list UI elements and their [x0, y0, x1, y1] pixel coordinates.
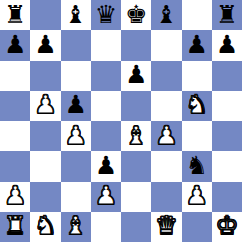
square-f1[interactable]: ♛	[151, 212, 181, 242]
square-e3[interactable]	[121, 151, 151, 181]
square-e5[interactable]	[121, 91, 151, 121]
square-a7[interactable]: ♟	[0, 30, 30, 60]
black-rook: ♜	[4, 2, 26, 27]
square-h8[interactable]: ♜	[212, 0, 242, 30]
square-f5[interactable]	[151, 91, 181, 121]
square-b2[interactable]	[30, 182, 60, 212]
square-b8[interactable]	[30, 0, 60, 30]
square-h5[interactable]	[212, 91, 242, 121]
square-d6[interactable]	[91, 61, 121, 91]
square-b3[interactable]	[30, 151, 60, 181]
square-d1[interactable]	[91, 212, 121, 242]
square-c5[interactable]: ♟	[61, 91, 91, 121]
square-a6[interactable]	[0, 61, 30, 91]
white-king: ♚	[216, 213, 238, 238]
white-bishop: ♝	[125, 123, 147, 148]
white-bishop: ♝	[64, 213, 86, 238]
white-pawn: ♟	[64, 123, 86, 148]
square-c4[interactable]: ♟	[61, 121, 91, 151]
square-e8[interactable]: ♚	[121, 0, 151, 30]
square-b5[interactable]: ♟	[30, 91, 60, 121]
square-a5[interactable]	[0, 91, 30, 121]
black-king: ♚	[125, 2, 147, 27]
chess-board: ♜♝♛♚♝♜♟♟♟♟♟♟♟♞♟♝♟♟♞♟♟♟♜♞♝♛♚	[0, 0, 242, 242]
square-g5[interactable]: ♞	[182, 91, 212, 121]
square-b4[interactable]	[30, 121, 60, 151]
black-knight: ♞	[185, 153, 207, 178]
square-e4[interactable]: ♝	[121, 121, 151, 151]
square-g6[interactable]	[182, 61, 212, 91]
black-pawn: ♟	[185, 32, 207, 57]
white-queen: ♛	[155, 213, 177, 238]
square-d3[interactable]: ♟	[91, 151, 121, 181]
square-d5[interactable]	[91, 91, 121, 121]
black-pawn: ♟	[216, 32, 238, 57]
square-a8[interactable]: ♜	[0, 0, 30, 30]
black-pawn: ♟	[34, 32, 56, 57]
square-b7[interactable]: ♟	[30, 30, 60, 60]
square-d2[interactable]: ♟	[91, 182, 121, 212]
white-knight: ♞	[34, 213, 56, 238]
white-pawn: ♟	[155, 123, 177, 148]
black-pawn: ♟	[125, 62, 147, 87]
square-c6[interactable]	[61, 61, 91, 91]
square-f2[interactable]	[151, 182, 181, 212]
square-f6[interactable]	[151, 61, 181, 91]
square-e7[interactable]	[121, 30, 151, 60]
black-queen: ♛	[95, 2, 117, 27]
square-d8[interactable]: ♛	[91, 0, 121, 30]
square-c8[interactable]: ♝	[61, 0, 91, 30]
square-a4[interactable]	[0, 121, 30, 151]
square-f8[interactable]: ♝	[151, 0, 181, 30]
square-h2[interactable]	[212, 182, 242, 212]
square-f7[interactable]	[151, 30, 181, 60]
square-f3[interactable]	[151, 151, 181, 181]
square-b6[interactable]	[30, 61, 60, 91]
square-c7[interactable]	[61, 30, 91, 60]
black-bishop: ♝	[155, 2, 177, 27]
white-pawn: ♟	[95, 183, 117, 208]
white-knight: ♞	[185, 92, 207, 117]
square-h6[interactable]	[212, 61, 242, 91]
square-h1[interactable]: ♚	[212, 212, 242, 242]
square-g3[interactable]: ♞	[182, 151, 212, 181]
square-g1[interactable]	[182, 212, 212, 242]
square-c3[interactable]	[61, 151, 91, 181]
black-pawn: ♟	[64, 92, 86, 117]
black-bishop: ♝	[64, 2, 86, 27]
black-rook: ♜	[216, 2, 238, 27]
square-d7[interactable]	[91, 30, 121, 60]
square-g8[interactable]	[182, 0, 212, 30]
square-g7[interactable]: ♟	[182, 30, 212, 60]
square-h4[interactable]	[212, 121, 242, 151]
square-h3[interactable]	[212, 151, 242, 181]
square-c2[interactable]	[61, 182, 91, 212]
square-a2[interactable]: ♟	[0, 182, 30, 212]
black-pawn: ♟	[4, 32, 26, 57]
square-a3[interactable]	[0, 151, 30, 181]
white-pawn: ♟	[34, 92, 56, 117]
square-c1[interactable]: ♝	[61, 212, 91, 242]
square-d4[interactable]	[91, 121, 121, 151]
white-pawn: ♟	[4, 183, 26, 208]
square-a1[interactable]: ♜	[0, 212, 30, 242]
square-e1[interactable]	[121, 212, 151, 242]
white-rook: ♜	[4, 213, 26, 238]
square-e2[interactable]	[121, 182, 151, 212]
square-g4[interactable]	[182, 121, 212, 151]
square-e6[interactable]: ♟	[121, 61, 151, 91]
square-h7[interactable]: ♟	[212, 30, 242, 60]
black-pawn: ♟	[95, 153, 117, 178]
square-f4[interactable]: ♟	[151, 121, 181, 151]
square-b1[interactable]: ♞	[30, 212, 60, 242]
square-g2[interactable]: ♟	[182, 182, 212, 212]
white-pawn: ♟	[185, 183, 207, 208]
